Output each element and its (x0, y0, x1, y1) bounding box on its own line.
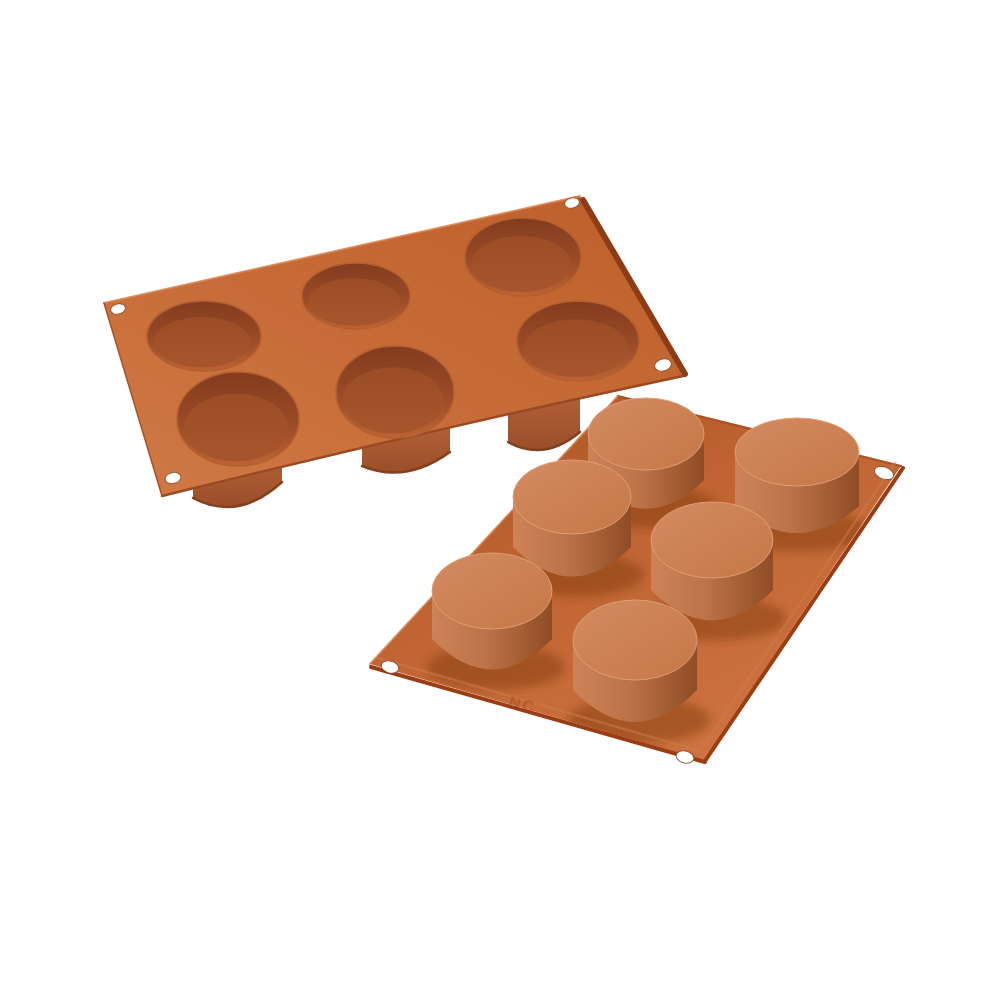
cavity-dome-top (432, 553, 552, 629)
product-photo-canvas: NC (0, 0, 1000, 1000)
cavity-well-floor (343, 367, 443, 433)
cavity-well-floor (472, 236, 571, 292)
cavity-dome-top (513, 460, 631, 534)
cavity-dome-top (651, 502, 773, 578)
cavity-dome-top (573, 600, 697, 680)
cavity-well-floor (308, 278, 400, 326)
cavity-well-floor (154, 317, 251, 367)
silicone-molds-photo: NC (0, 0, 1000, 1000)
cavity-well-floor (184, 394, 288, 462)
cavity-dome-top (735, 418, 859, 486)
cavity-well-floor (524, 319, 628, 377)
cavity-dome-top (588, 398, 704, 470)
